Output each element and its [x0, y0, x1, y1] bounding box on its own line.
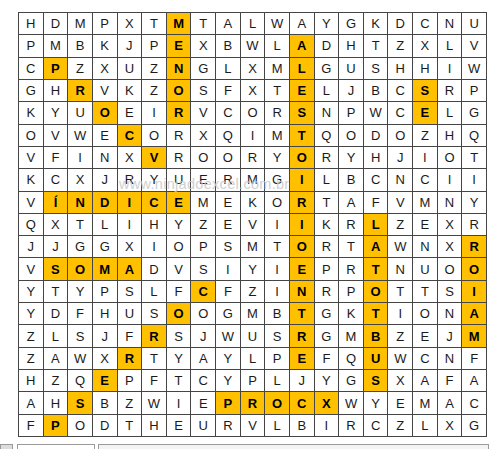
- grid-cell[interactable]: R: [167, 147, 191, 168]
- grid-cell[interactable]: E: [167, 192, 191, 213]
- grid-cell[interactable]: N: [438, 192, 462, 213]
- grid-cell[interactable]: S: [118, 281, 142, 302]
- grid-cell[interactable]: Q: [68, 370, 92, 391]
- grid-cell[interactable]: X: [191, 35, 215, 56]
- grid-cell[interactable]: O: [290, 147, 314, 168]
- grid-cell[interactable]: O: [142, 125, 166, 146]
- grid-cell[interactable]: C: [388, 80, 412, 101]
- grid-cell[interactable]: D: [44, 303, 68, 324]
- grid-cell[interactable]: S: [44, 258, 68, 279]
- grid-cell[interactable]: V: [241, 214, 265, 235]
- grid-cell[interactable]: G: [462, 415, 486, 436]
- grid-cell[interactable]: E: [216, 214, 240, 235]
- grid-cell[interactable]: F: [19, 415, 43, 436]
- grid-cell[interactable]: R: [462, 236, 486, 257]
- grid-cell[interactable]: I: [438, 169, 462, 190]
- grid-cell[interactable]: A: [118, 258, 142, 279]
- grid-cell[interactable]: J: [438, 325, 462, 346]
- grid-cell[interactable]: W: [68, 348, 92, 369]
- grid-cell[interactable]: T: [364, 258, 388, 279]
- grid-cell[interactable]: W: [462, 58, 486, 79]
- grid-cell[interactable]: R: [462, 214, 486, 235]
- grid-cell[interactable]: G: [339, 370, 363, 391]
- grid-cell[interactable]: T: [68, 214, 92, 235]
- grid-cell[interactable]: W: [68, 125, 92, 146]
- grid-cell[interactable]: E: [167, 415, 191, 436]
- grid-cell[interactable]: H: [44, 392, 68, 413]
- grid-cell[interactable]: E: [388, 392, 412, 413]
- grid-cell[interactable]: O: [241, 102, 265, 123]
- grid-cell[interactable]: E: [413, 102, 437, 123]
- grid-cell[interactable]: F: [118, 325, 142, 346]
- grid-cell[interactable]: B: [339, 169, 363, 190]
- grid-cell[interactable]: V: [19, 258, 43, 279]
- grid-cell[interactable]: A: [44, 348, 68, 369]
- grid-cell[interactable]: Q: [315, 125, 339, 146]
- grid-cell[interactable]: C: [290, 392, 314, 413]
- grid-cell[interactable]: Z: [44, 370, 68, 391]
- grid-cell[interactable]: G: [216, 303, 240, 324]
- grid-cell[interactable]: T: [462, 147, 486, 168]
- grid-cell[interactable]: U: [241, 325, 265, 346]
- grid-cell[interactable]: W: [265, 13, 289, 34]
- grid-cell[interactable]: N: [438, 13, 462, 34]
- grid-cell[interactable]: A: [290, 35, 314, 56]
- grid-cell[interactable]: B: [364, 80, 388, 101]
- grid-cell[interactable]: W: [339, 392, 363, 413]
- grid-cell[interactable]: M: [241, 303, 265, 324]
- grid-cell[interactable]: A: [19, 392, 43, 413]
- grid-cell[interactable]: A: [191, 348, 215, 369]
- grid-cell[interactable]: R: [339, 258, 363, 279]
- grid-cell[interactable]: P: [93, 281, 117, 302]
- grid-cell[interactable]: O: [93, 102, 117, 123]
- grid-cell[interactable]: E: [191, 392, 215, 413]
- grid-cell[interactable]: R: [315, 147, 339, 168]
- grid-cell[interactable]: C: [462, 392, 486, 413]
- grid-cell[interactable]: R: [216, 169, 240, 190]
- grid-cell[interactable]: J: [290, 370, 314, 391]
- grid-cell[interactable]: O: [462, 258, 486, 279]
- grid-cell[interactable]: S: [68, 325, 92, 346]
- grid-cell[interactable]: I: [118, 214, 142, 235]
- grid-cell[interactable]: E: [290, 258, 314, 279]
- grid-cell[interactable]: V: [191, 102, 215, 123]
- grid-cell[interactable]: H: [339, 35, 363, 56]
- grid-cell[interactable]: Y: [68, 281, 92, 302]
- grid-cell[interactable]: E: [118, 102, 142, 123]
- grid-cell[interactable]: O: [191, 303, 215, 324]
- grid-cell[interactable]: R: [241, 392, 265, 413]
- grid-cell[interactable]: L: [265, 35, 289, 56]
- grid-cell[interactable]: O: [388, 125, 412, 146]
- grid-cell[interactable]: I: [438, 58, 462, 79]
- grid-cell[interactable]: D: [93, 415, 117, 436]
- grid-cell[interactable]: U: [462, 13, 486, 34]
- grid-cell[interactable]: M: [339, 325, 363, 346]
- grid-cell[interactable]: L: [364, 214, 388, 235]
- grid-cell[interactable]: B: [364, 325, 388, 346]
- grid-cell[interactable]: X: [438, 236, 462, 257]
- grid-cell[interactable]: C: [19, 58, 43, 79]
- grid-cell[interactable]: K: [93, 35, 117, 56]
- grid-cell[interactable]: O: [167, 80, 191, 101]
- grid-cell[interactable]: G: [315, 325, 339, 346]
- grid-cell[interactable]: T: [142, 13, 166, 34]
- grid-cell[interactable]: M: [44, 35, 68, 56]
- grid-cell[interactable]: X: [315, 392, 339, 413]
- grid-cell[interactable]: G: [191, 58, 215, 79]
- grid-cell[interactable]: M: [462, 325, 486, 346]
- grid-cell[interactable]: O: [364, 281, 388, 302]
- grid-cell[interactable]: R: [339, 415, 363, 436]
- grid-cell[interactable]: N: [68, 192, 92, 213]
- grid-cell[interactable]: W: [388, 236, 412, 257]
- grid-cell[interactable]: F: [167, 281, 191, 302]
- grid-cell[interactable]: X: [241, 80, 265, 101]
- grid-cell[interactable]: C: [118, 125, 142, 146]
- grid-cell[interactable]: Z: [388, 35, 412, 56]
- grid-cell[interactable]: Y: [167, 348, 191, 369]
- grid-cell[interactable]: U: [339, 58, 363, 79]
- grid-cell[interactable]: Z: [142, 58, 166, 79]
- grid-cell[interactable]: D: [364, 125, 388, 146]
- grid-cell[interactable]: K: [118, 80, 142, 101]
- grid-cell[interactable]: V: [93, 80, 117, 101]
- grid-cell[interactable]: U: [118, 303, 142, 324]
- grid-cell[interactable]: U: [364, 348, 388, 369]
- grid-cell[interactable]: I: [142, 236, 166, 257]
- grid-cell[interactable]: X: [191, 125, 215, 146]
- grid-cell[interactable]: Y: [44, 102, 68, 123]
- grid-cell[interactable]: Y: [315, 13, 339, 34]
- grid-cell[interactable]: P: [265, 348, 289, 369]
- grid-cell[interactable]: Q: [462, 125, 486, 146]
- grid-cell[interactable]: P: [241, 370, 265, 391]
- grid-cell[interactable]: F: [44, 147, 68, 168]
- grid-cell[interactable]: J: [93, 325, 117, 346]
- grid-cell[interactable]: Z: [388, 415, 412, 436]
- grid-cell[interactable]: O: [167, 303, 191, 324]
- grid-cell[interactable]: S: [191, 80, 215, 101]
- grid-cell[interactable]: O: [339, 125, 363, 146]
- grid-cell[interactable]: H: [93, 303, 117, 324]
- grid-cell[interactable]: P: [142, 35, 166, 56]
- grid-cell[interactable]: U: [118, 58, 142, 79]
- grid-cell[interactable]: D: [142, 258, 166, 279]
- grid-cell[interactable]: J: [93, 169, 117, 190]
- grid-cell[interactable]: O: [191, 147, 215, 168]
- grid-cell[interactable]: O: [68, 258, 92, 279]
- grid-cell[interactable]: B: [68, 35, 92, 56]
- grid-cell[interactable]: V: [19, 147, 43, 168]
- grid-cell[interactable]: A: [339, 192, 363, 213]
- grid-cell[interactable]: E: [93, 370, 117, 391]
- grid-cell[interactable]: T: [388, 281, 412, 302]
- grid-cell[interactable]: F: [142, 370, 166, 391]
- grid-cell[interactable]: L: [438, 102, 462, 123]
- grid-cell[interactable]: X: [438, 214, 462, 235]
- grid-cell[interactable]: H: [19, 370, 43, 391]
- grid-cell[interactable]: Q: [19, 214, 43, 235]
- grid-cell[interactable]: R: [438, 80, 462, 101]
- grid-cell[interactable]: N: [290, 281, 314, 302]
- grid-cell[interactable]: P: [315, 258, 339, 279]
- grid-cell[interactable]: R: [142, 325, 166, 346]
- grid-cell[interactable]: Y: [315, 370, 339, 391]
- grid-cell[interactable]: Z: [68, 58, 92, 79]
- grid-cell[interactable]: T: [413, 281, 437, 302]
- grid-cell[interactable]: L: [438, 35, 462, 56]
- grid-cell[interactable]: I: [462, 281, 486, 302]
- grid-cell[interactable]: P: [44, 415, 68, 436]
- grid-cell[interactable]: T: [290, 125, 314, 146]
- grid-cell[interactable]: Z: [118, 392, 142, 413]
- grid-cell[interactable]: S: [142, 303, 166, 324]
- grid-cell[interactable]: K: [315, 214, 339, 235]
- grid-cell[interactable]: Y: [364, 392, 388, 413]
- grid-cell[interactable]: S: [191, 258, 215, 279]
- grid-cell[interactable]: P: [339, 102, 363, 123]
- grid-cell[interactable]: R: [241, 147, 265, 168]
- grid-cell[interactable]: M: [241, 236, 265, 257]
- grid-cell[interactable]: K: [241, 192, 265, 213]
- grid-cell[interactable]: H: [364, 147, 388, 168]
- grid-cell[interactable]: C: [413, 169, 437, 190]
- grid-cell[interactable]: L: [241, 348, 265, 369]
- grid-cell[interactable]: P: [19, 35, 43, 56]
- grid-cell[interactable]: C: [364, 415, 388, 436]
- grid-cell[interactable]: L: [315, 80, 339, 101]
- grid-cell[interactable]: I: [413, 147, 437, 168]
- grid-cell[interactable]: C: [191, 370, 215, 391]
- grid-cell[interactable]: E: [290, 80, 314, 101]
- grid-cell[interactable]: N: [413, 236, 437, 257]
- grid-cell[interactable]: E: [93, 125, 117, 146]
- grid-cell[interactable]: X: [438, 415, 462, 436]
- grid-cell[interactable]: K: [19, 102, 43, 123]
- grid-cell[interactable]: D: [315, 35, 339, 56]
- grid-cell[interactable]: G: [339, 13, 363, 34]
- grid-cell[interactable]: O: [438, 147, 462, 168]
- grid-cell[interactable]: R: [118, 348, 142, 369]
- grid-cell[interactable]: L: [413, 415, 437, 436]
- grid-cell[interactable]: R: [216, 415, 240, 436]
- grid-cell[interactable]: J: [388, 147, 412, 168]
- grid-cell[interactable]: E: [413, 325, 437, 346]
- grid-cell[interactable]: Y: [142, 169, 166, 190]
- grid-cell[interactable]: B: [290, 415, 314, 436]
- grid-cell[interactable]: U: [167, 169, 191, 190]
- grid-cell[interactable]: V: [142, 147, 166, 168]
- grid-cell[interactable]: B: [93, 392, 117, 413]
- grid-cell[interactable]: G: [315, 58, 339, 79]
- grid-cell[interactable]: G: [462, 102, 486, 123]
- grid-cell[interactable]: H: [44, 80, 68, 101]
- grid-cell[interactable]: M: [265, 125, 289, 146]
- grid-cell[interactable]: A: [413, 370, 437, 391]
- grid-cell[interactable]: Z: [142, 80, 166, 101]
- grid-cell[interactable]: V: [388, 192, 412, 213]
- grid-cell[interactable]: V: [19, 192, 43, 213]
- grid-cell[interactable]: F: [216, 80, 240, 101]
- grid-cell[interactable]: M: [413, 192, 437, 213]
- grid-cell[interactable]: R: [118, 169, 142, 190]
- grid-cell[interactable]: T: [364, 35, 388, 56]
- grid-cell[interactable]: W: [216, 325, 240, 346]
- grid-cell[interactable]: C: [216, 102, 240, 123]
- grid-cell[interactable]: K: [339, 303, 363, 324]
- grid-cell[interactable]: J: [191, 325, 215, 346]
- grid-cell[interactable]: F: [438, 370, 462, 391]
- grid-cell[interactable]: O: [413, 303, 437, 324]
- grid-cell[interactable]: U: [413, 258, 437, 279]
- grid-cell[interactable]: T: [339, 236, 363, 257]
- grid-cell[interactable]: I: [216, 258, 240, 279]
- grid-cell[interactable]: X: [413, 35, 437, 56]
- grid-cell[interactable]: G: [19, 80, 43, 101]
- grid-cell[interactable]: M: [265, 58, 289, 79]
- grid-cell[interactable]: T: [364, 303, 388, 324]
- grid-cell[interactable]: T: [315, 192, 339, 213]
- grid-cell[interactable]: E: [191, 169, 215, 190]
- grid-cell[interactable]: X: [44, 214, 68, 235]
- grid-cell[interactable]: C: [364, 169, 388, 190]
- grid-cell[interactable]: G: [315, 303, 339, 324]
- grid-cell[interactable]: J: [118, 35, 142, 56]
- grid-cell[interactable]: O: [216, 147, 240, 168]
- grid-cell[interactable]: X: [93, 58, 117, 79]
- grid-cell[interactable]: N: [438, 303, 462, 324]
- grid-cell[interactable]: R: [315, 281, 339, 302]
- grid-cell[interactable]: Z: [388, 214, 412, 235]
- grid-cell[interactable]: C: [142, 192, 166, 213]
- grid-cell[interactable]: C: [44, 169, 68, 190]
- grid-cell[interactable]: O: [265, 392, 289, 413]
- grid-cell[interactable]: T: [265, 80, 289, 101]
- grid-cell[interactable]: H: [413, 58, 437, 79]
- grid-cell[interactable]: O: [19, 125, 43, 146]
- grid-cell[interactable]: Z: [241, 281, 265, 302]
- grid-cell[interactable]: R: [339, 214, 363, 235]
- grid-cell[interactable]: I: [265, 214, 289, 235]
- grid-cell[interactable]: A: [364, 236, 388, 257]
- grid-cell[interactable]: Z: [191, 214, 215, 235]
- grid-cell[interactable]: M: [191, 192, 215, 213]
- grid-cell[interactable]: F: [315, 348, 339, 369]
- grid-cell[interactable]: V: [167, 258, 191, 279]
- grid-cell[interactable]: G: [93, 236, 117, 257]
- grid-cell[interactable]: R: [290, 192, 314, 213]
- grid-cell[interactable]: M: [93, 258, 117, 279]
- grid-cell[interactable]: Z: [19, 325, 43, 346]
- grid-cell[interactable]: O: [290, 236, 314, 257]
- grid-cell[interactable]: I: [290, 214, 314, 235]
- grid-cell[interactable]: O: [438, 258, 462, 279]
- grid-cell[interactable]: H: [142, 214, 166, 235]
- grid-cell[interactable]: T: [191, 13, 215, 34]
- grid-cell[interactable]: R: [265, 102, 289, 123]
- grid-cell[interactable]: T: [290, 303, 314, 324]
- grid-cell[interactable]: H: [19, 13, 43, 34]
- grid-cell[interactable]: D: [93, 192, 117, 213]
- grid-cell[interactable]: J: [19, 236, 43, 257]
- grid-cell[interactable]: E: [290, 348, 314, 369]
- grid-cell[interactable]: F: [216, 281, 240, 302]
- grid-cell[interactable]: I: [241, 125, 265, 146]
- grid-cell[interactable]: I: [265, 258, 289, 279]
- grid-cell[interactable]: A: [462, 370, 486, 391]
- grid-cell[interactable]: L: [290, 58, 314, 79]
- grid-cell[interactable]: U: [191, 415, 215, 436]
- grid-cell[interactable]: S: [68, 392, 92, 413]
- grid-cell[interactable]: W: [241, 35, 265, 56]
- grid-cell[interactable]: P: [339, 281, 363, 302]
- grid-cell[interactable]: P: [44, 58, 68, 79]
- grid-cell[interactable]: W: [364, 102, 388, 123]
- grid-cell[interactable]: M: [68, 13, 92, 34]
- grid-cell[interactable]: Y: [216, 370, 240, 391]
- grid-cell[interactable]: Z: [388, 325, 412, 346]
- grid-cell[interactable]: X: [388, 370, 412, 391]
- grid-cell[interactable]: I: [388, 303, 412, 324]
- grid-cell[interactable]: B: [216, 35, 240, 56]
- grid-cell[interactable]: Q: [216, 125, 240, 146]
- grid-cell[interactable]: X: [93, 348, 117, 369]
- grid-cell[interactable]: T: [167, 370, 191, 391]
- grid-cell[interactable]: N: [438, 348, 462, 369]
- grid-cell[interactable]: A: [438, 392, 462, 413]
- grid-cell[interactable]: L: [44, 325, 68, 346]
- grid-cell[interactable]: G: [265, 169, 289, 190]
- grid-cell[interactable]: X: [241, 58, 265, 79]
- grid-cell[interactable]: I: [265, 281, 289, 302]
- grid-cell[interactable]: S: [167, 325, 191, 346]
- grid-cell[interactable]: I: [462, 169, 486, 190]
- grid-cell[interactable]: G: [68, 236, 92, 257]
- grid-cell[interactable]: I: [68, 147, 92, 168]
- grid-cell[interactable]: L: [265, 415, 289, 436]
- grid-cell[interactable]: P: [93, 13, 117, 34]
- grid-cell[interactable]: J: [44, 236, 68, 257]
- grid-cell[interactable]: B: [265, 303, 289, 324]
- grid-cell[interactable]: O: [68, 415, 92, 436]
- grid-cell[interactable]: Y: [19, 303, 43, 324]
- grid-cell[interactable]: Z: [19, 348, 43, 369]
- grid-cell[interactable]: M: [413, 392, 437, 413]
- grid-cell[interactable]: S: [364, 370, 388, 391]
- grid-cell[interactable]: Y: [216, 348, 240, 369]
- grid-cell[interactable]: K: [364, 13, 388, 34]
- grid-cell[interactable]: S: [290, 102, 314, 123]
- grid-cell[interactable]: X: [68, 169, 92, 190]
- grid-cell[interactable]: S: [364, 58, 388, 79]
- bottom-partial-tab[interactable]: [17, 444, 95, 449]
- grid-cell[interactable]: R: [290, 325, 314, 346]
- grid-cell[interactable]: H: [438, 125, 462, 146]
- grid-cell[interactable]: T: [44, 281, 68, 302]
- grid-cell[interactable]: X: [118, 147, 142, 168]
- grid-cell[interactable]: C: [191, 281, 215, 302]
- grid-cell[interactable]: Q: [339, 348, 363, 369]
- grid-cell[interactable]: V: [462, 35, 486, 56]
- grid-cell[interactable]: U: [68, 102, 92, 123]
- grid-cell[interactable]: F: [462, 348, 486, 369]
- grid-cell[interactable]: Y: [462, 192, 486, 213]
- grid-cell[interactable]: E: [167, 35, 191, 56]
- grid-cell[interactable]: I: [167, 392, 191, 413]
- grid-cell[interactable]: R: [167, 102, 191, 123]
